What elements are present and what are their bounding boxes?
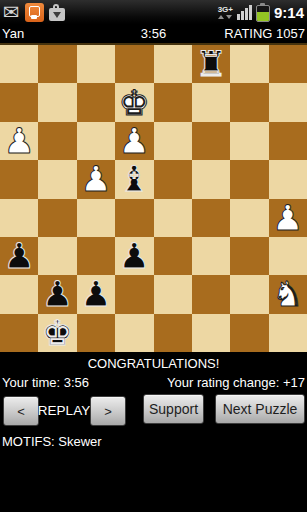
square-h1[interactable] <box>269 314 307 352</box>
upload-arrow-icon <box>218 15 224 19</box>
square-d1[interactable] <box>115 314 153 352</box>
chess-board: ♜♚♟♟♟♝♟♟♟♟♟♞♚ <box>0 45 307 352</box>
square-b1[interactable]: ♚ <box>38 314 76 352</box>
black-rook: ♜ <box>195 45 226 83</box>
square-g7[interactable] <box>230 83 268 121</box>
square-b3[interactable] <box>38 237 76 275</box>
sd-card-icon[interactable] <box>25 3 44 22</box>
your-time-label: Your time: 3:56 <box>2 375 89 390</box>
battery-cap <box>260 3 265 5</box>
white-pawn: ♟ <box>119 122 150 160</box>
square-c1[interactable] <box>77 314 115 352</box>
square-d2[interactable] <box>115 275 153 313</box>
square-a7[interactable] <box>0 83 38 121</box>
data-activity-arrows <box>218 15 232 19</box>
notification-icons: ✉ <box>3 2 65 22</box>
support-button[interactable]: Support <box>143 394 204 424</box>
square-f4[interactable] <box>192 199 230 237</box>
square-g4[interactable] <box>230 199 268 237</box>
square-b6[interactable] <box>38 122 76 160</box>
square-e3[interactable] <box>154 237 192 275</box>
square-a5[interactable] <box>0 160 38 198</box>
square-g8[interactable] <box>230 45 268 83</box>
black-pawn: ♟ <box>3 237 34 275</box>
square-c3[interactable] <box>77 237 115 275</box>
square-c7[interactable] <box>77 83 115 121</box>
square-f8[interactable]: ♜ <box>192 45 230 83</box>
square-h4[interactable]: ♟ <box>269 199 307 237</box>
square-e7[interactable] <box>154 83 192 121</box>
square-e2[interactable] <box>154 275 192 313</box>
square-a4[interactable] <box>0 199 38 237</box>
square-h3[interactable] <box>269 237 307 275</box>
down-arrow-icon <box>53 12 61 18</box>
signal-strength-icon <box>237 4 252 20</box>
square-h5[interactable] <box>269 160 307 198</box>
square-d6[interactable]: ♟ <box>115 122 153 160</box>
square-b8[interactable] <box>38 45 76 83</box>
square-d3[interactable]: ♟ <box>115 237 153 275</box>
square-f5[interactable] <box>192 160 230 198</box>
status-bar: ✉ 3G+ <box>0 0 307 24</box>
bag-handle <box>53 4 59 9</box>
battery-fill <box>257 12 269 21</box>
square-f2[interactable] <box>192 275 230 313</box>
white-pawn: ♟ <box>80 160 111 198</box>
square-g5[interactable] <box>230 160 268 198</box>
black-pawn: ♟ <box>119 237 150 275</box>
square-e5[interactable] <box>154 160 192 198</box>
gmail-icon[interactable]: ✉ <box>3 2 20 22</box>
white-pawn: ♟ <box>3 122 34 160</box>
square-b2[interactable]: ♟ <box>38 275 76 313</box>
square-a2[interactable] <box>0 275 38 313</box>
square-d8[interactable] <box>115 45 153 83</box>
square-f3[interactable] <box>192 237 230 275</box>
square-c8[interactable] <box>77 45 115 83</box>
square-h2[interactable]: ♞ <box>269 275 307 313</box>
replay-prev-button[interactable]: < <box>3 396 39 426</box>
square-e1[interactable] <box>154 314 192 352</box>
square-b7[interactable] <box>38 83 76 121</box>
square-a1[interactable] <box>0 314 38 352</box>
replay-label: REPLAY <box>36 403 92 418</box>
square-a3[interactable]: ♟ <box>0 237 38 275</box>
app-header: Yan 3:56 RATING 1057 <box>0 24 307 43</box>
square-e8[interactable] <box>154 45 192 83</box>
network-type-label: 3G+ <box>218 6 233 14</box>
square-e6[interactable] <box>154 122 192 160</box>
square-g1[interactable] <box>230 314 268 352</box>
square-c4[interactable] <box>77 199 115 237</box>
black-bishop: ♝ <box>119 160 150 198</box>
square-b4[interactable] <box>38 199 76 237</box>
download-bag-icon[interactable] <box>49 8 65 21</box>
square-g6[interactable] <box>230 122 268 160</box>
white-pawn: ♟ <box>272 199 303 237</box>
square-g3[interactable] <box>230 237 268 275</box>
square-h7[interactable] <box>269 83 307 121</box>
replay-next-button[interactable]: > <box>90 396 126 426</box>
square-a6[interactable]: ♟ <box>0 122 38 160</box>
square-c6[interactable] <box>77 122 115 160</box>
square-a8[interactable] <box>0 45 38 83</box>
system-indicators: 3G+ 9:14 <box>218 3 304 22</box>
square-b5[interactable] <box>38 160 76 198</box>
square-d7[interactable]: ♚ <box>115 83 153 121</box>
square-h8[interactable] <box>269 45 307 83</box>
congratulations-message: CONGRATULATIONS! <box>0 356 307 371</box>
square-f7[interactable] <box>192 83 230 121</box>
black-pawn: ♟ <box>42 275 73 313</box>
rating-label: RATING 1057 <box>224 26 305 41</box>
square-d5[interactable]: ♝ <box>115 160 153 198</box>
square-f6[interactable] <box>192 122 230 160</box>
rating-change-label: Your rating change: +17 <box>167 375 305 390</box>
network-indicator: 3G+ <box>218 6 233 19</box>
download-arrow-icon <box>226 15 232 19</box>
square-e4[interactable] <box>154 199 192 237</box>
black-king: ♚ <box>42 314 73 352</box>
square-c2[interactable]: ♟ <box>77 275 115 313</box>
white-knight: ♞ <box>272 275 303 313</box>
square-h6[interactable] <box>269 122 307 160</box>
square-g2[interactable] <box>230 275 268 313</box>
square-d4[interactable] <box>115 199 153 237</box>
next-puzzle-button[interactable]: Next Puzzle <box>215 394 305 424</box>
black-pawn: ♟ <box>80 275 111 313</box>
sd-card-slot <box>31 15 37 19</box>
white-king: ♚ <box>119 84 150 122</box>
motifs-label: MOTIFS: Skewer <box>2 434 102 449</box>
battery-icon <box>256 5 270 22</box>
square-f1[interactable] <box>192 314 230 352</box>
square-c5[interactable]: ♟ <box>77 160 115 198</box>
status-clock: 9:14 <box>274 4 304 21</box>
phone-screen: ✉ 3G+ <box>0 0 307 512</box>
